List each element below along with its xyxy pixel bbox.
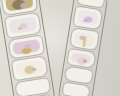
cell-protoplast: [71, 52, 92, 64]
cell-protoplast: [19, 81, 47, 93]
algal-filament-right: [57, 0, 108, 96]
micrograph-stage: [0, 0, 120, 96]
cell-protoplast: [74, 32, 96, 47]
cell-protoplast: [12, 39, 41, 55]
filament-cell: [72, 5, 103, 30]
algal-filament-left: [0, 0, 56, 96]
cell-protoplast: [77, 10, 99, 26]
pigment-fleck: [83, 59, 87, 63]
cell-protoplast: [80, 0, 101, 4]
cell-protoplast: [15, 60, 44, 77]
pigment-fleck: [24, 43, 31, 49]
pigment-fleck: [32, 67, 36, 71]
cell-protoplast: [68, 70, 89, 80]
cell-protoplast: [8, 16, 37, 34]
cell-protoplast: [66, 86, 87, 95]
pigment-fleck: [20, 3, 27, 9]
pigment-fleck: [18, 27, 22, 31]
pigment-fleck: [21, 48, 32, 55]
cell-protoplast: [5, 0, 34, 12]
pigment-fleck: [83, 19, 87, 23]
